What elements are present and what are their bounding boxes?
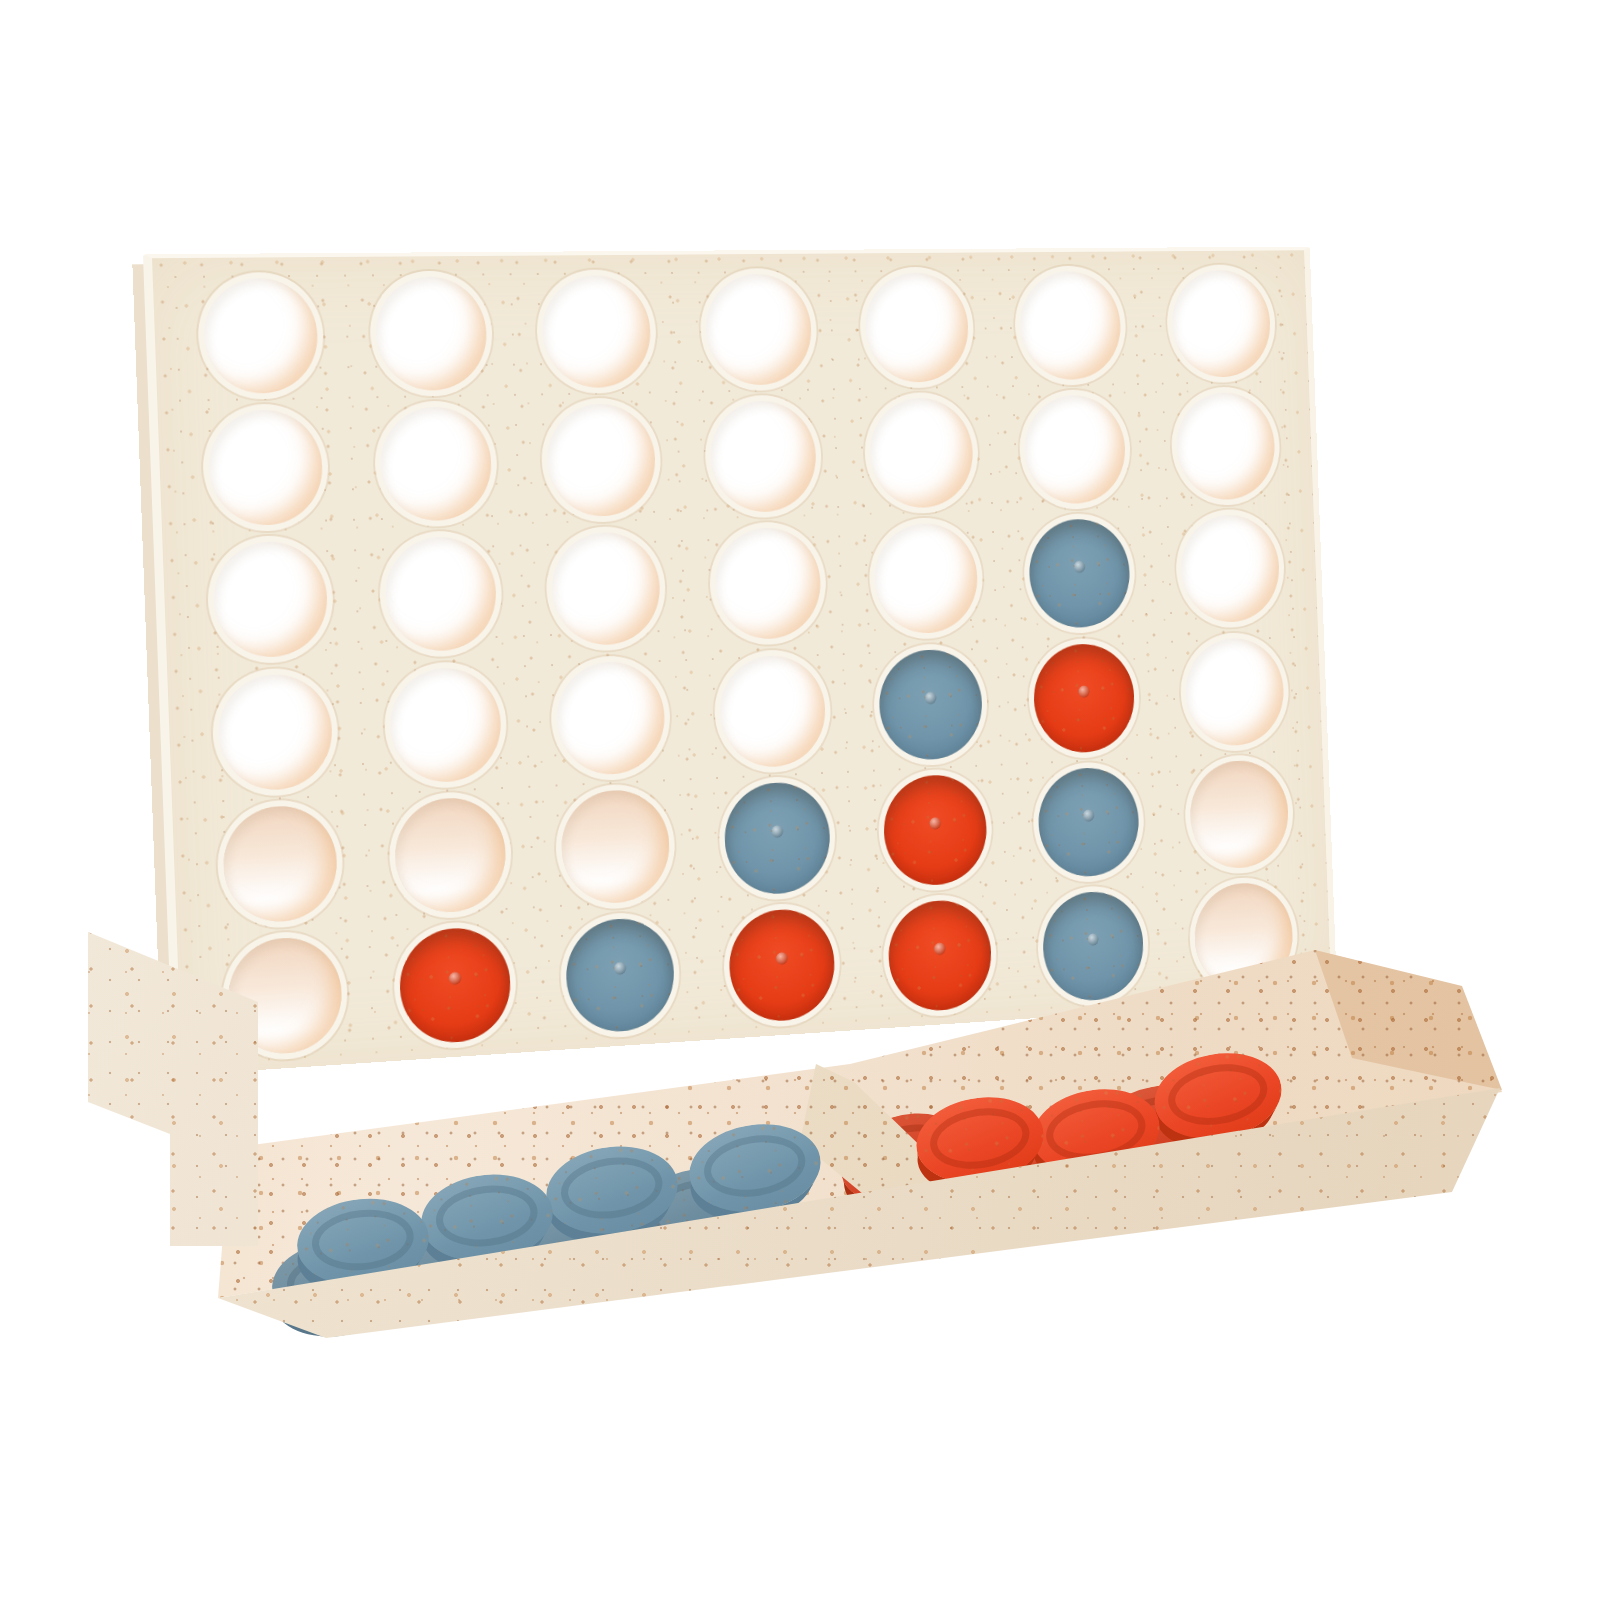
empty-hole [1170, 269, 1272, 377]
empty-hole [374, 276, 488, 391]
empty-hole [207, 409, 324, 526]
board-cell-r1c1[interactable] [172, 269, 349, 403]
red-disc [886, 898, 992, 1014]
empty-hole [1188, 759, 1289, 871]
empty-hole [560, 788, 672, 906]
empty-hole [872, 522, 978, 635]
board-cell-r2c1[interactable] [177, 400, 354, 536]
empty-hole [222, 804, 339, 925]
empty-hole [1175, 392, 1277, 501]
board-cell-r4c2[interactable] [359, 656, 531, 794]
blue-disc [1041, 889, 1145, 1003]
red-disc [1032, 642, 1136, 754]
blue-disc [723, 780, 832, 896]
board-cell-r6c5[interactable] [859, 889, 1019, 1024]
board-cell-r1c6[interactable] [992, 262, 1149, 388]
blue-disc [1037, 766, 1141, 879]
board-cell-r2c7[interactable] [1149, 383, 1302, 509]
board-cell-r4c1[interactable] [187, 663, 364, 802]
empty-hole [718, 654, 827, 769]
board-cell-r5c3[interactable] [531, 778, 699, 915]
empty-hole [1018, 271, 1122, 380]
board-cell-r3c7[interactable] [1153, 505, 1306, 633]
empty-hole [868, 397, 974, 509]
board-cell-r3c4[interactable] [685, 518, 849, 650]
empty-hole [704, 273, 813, 385]
blue-disc [1028, 518, 1132, 629]
empty-hole [550, 531, 662, 647]
empty-hole [217, 672, 334, 792]
empty-hole [1023, 394, 1127, 504]
empty-hole [555, 660, 667, 777]
empty-hole [383, 536, 497, 653]
board-cell-r4c5[interactable] [850, 639, 1010, 771]
board-grid [172, 261, 1319, 1067]
board-cell-r4c7[interactable] [1158, 627, 1311, 756]
board-cell-r5c2[interactable] [364, 786, 536, 925]
board-cell-r3c6[interactable] [1001, 509, 1158, 638]
empty-hole [202, 277, 319, 393]
board-cell-r1c2[interactable] [344, 267, 517, 400]
board-cell-r4c4[interactable] [690, 644, 854, 778]
board-cell-r5c4[interactable] [695, 771, 859, 907]
board-cell-r1c7[interactable] [1144, 261, 1297, 386]
blue-disc [565, 916, 676, 1035]
empty-hole [709, 400, 818, 513]
connect-four-photo [0, 0, 1600, 1600]
empty-hole [393, 796, 507, 915]
empty-hole [541, 275, 653, 388]
connect-four-board [143, 247, 1337, 1076]
board-cell-r2c6[interactable] [996, 386, 1153, 514]
empty-hole [1184, 636, 1285, 747]
board-cell-r6c4[interactable] [700, 897, 864, 1034]
blue-disc [877, 648, 983, 762]
red-disc [398, 926, 512, 1046]
board-cell-r4c3[interactable] [527, 650, 695, 786]
board-cell-r2c2[interactable] [349, 397, 522, 531]
board-cell-r5c6[interactable] [1010, 756, 1167, 888]
empty-hole [379, 406, 493, 522]
board-cell-r1c3[interactable] [512, 266, 680, 397]
board-cell-r1c5[interactable] [836, 264, 997, 392]
board-cell-r2c3[interactable] [517, 394, 685, 527]
board-cell-r1c4[interactable] [676, 265, 840, 394]
red-disc [882, 773, 988, 888]
board-cell-r6c2[interactable] [368, 916, 540, 1057]
red-disc [728, 907, 837, 1024]
board-cell-r5c5[interactable] [854, 764, 1014, 898]
board-cell-r2c4[interactable] [681, 391, 845, 522]
empty-hole [863, 272, 969, 383]
board-cell-r6c3[interactable] [536, 906, 704, 1045]
board-cell-r4c6[interactable] [1006, 633, 1163, 764]
empty-hole [1179, 514, 1281, 624]
board-cell-r5c1[interactable] [192, 794, 369, 935]
board-cell-r3c2[interactable] [354, 527, 527, 663]
board-cell-r2c5[interactable] [841, 389, 1001, 518]
board-cell-r3c5[interactable] [845, 514, 1005, 645]
empty-hole [713, 527, 822, 641]
board-cell-r3c3[interactable] [522, 522, 690, 656]
board-cell-r3c1[interactable] [182, 531, 359, 669]
empty-hole [546, 403, 658, 518]
empty-hole [388, 666, 502, 784]
board-cell-r5c7[interactable] [1162, 750, 1315, 880]
empty-hole [212, 541, 329, 660]
